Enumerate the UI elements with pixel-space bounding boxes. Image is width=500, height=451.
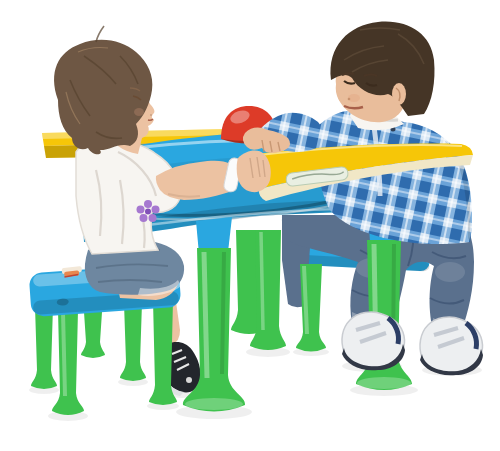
- scene-illustration: [0, 0, 500, 451]
- left-child-hand: [237, 151, 271, 193]
- cheek: [134, 108, 144, 116]
- petal: [140, 214, 148, 222]
- floor-shadows: [29, 347, 482, 421]
- ear: [392, 83, 406, 105]
- left-stool-leg: [81, 312, 105, 358]
- left-stool-leg: [52, 310, 84, 415]
- base-rim: [185, 398, 243, 410]
- highlight: [261, 232, 263, 330]
- left-stool-leg: [120, 303, 146, 381]
- cheek: [348, 94, 360, 102]
- knee-highlight: [435, 262, 465, 282]
- petal: [152, 206, 160, 214]
- petal: [149, 214, 157, 222]
- shoe-logo: [186, 377, 192, 383]
- right-child-shoe-left: [342, 312, 405, 370]
- right-child-shoe-right: [420, 317, 483, 375]
- base-rim: [357, 377, 411, 389]
- highlight: [204, 252, 207, 378]
- petal: [137, 206, 145, 214]
- right-child-body: [316, 22, 473, 244]
- left-child-body: [54, 26, 184, 300]
- shade: [222, 252, 224, 374]
- highlight: [63, 312, 65, 396]
- flower-center: [145, 209, 151, 215]
- left-stool-leg: [31, 306, 57, 389]
- petal: [144, 200, 152, 208]
- product-photo: [0, 0, 500, 451]
- nostril: [150, 114, 152, 116]
